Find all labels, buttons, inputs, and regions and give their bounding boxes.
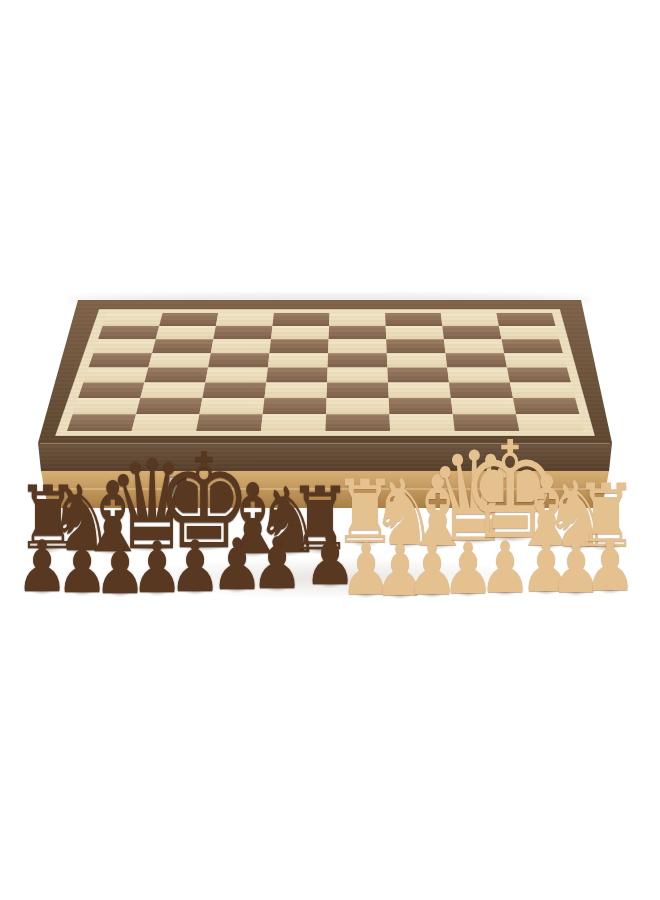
chess-board [0,0,660,900]
piece-dark-pawn-7[interactable]: ♟ [251,528,303,599]
piece-light-pawn-8[interactable]: ♟ [584,530,636,601]
product-photo: ♜♞♝♛♚♝♞♜♟♟♟♟♟♟♟♟♜♞♝♛♚♝♞♜♟♟♟♟♟♟♟♟ [0,0,660,900]
